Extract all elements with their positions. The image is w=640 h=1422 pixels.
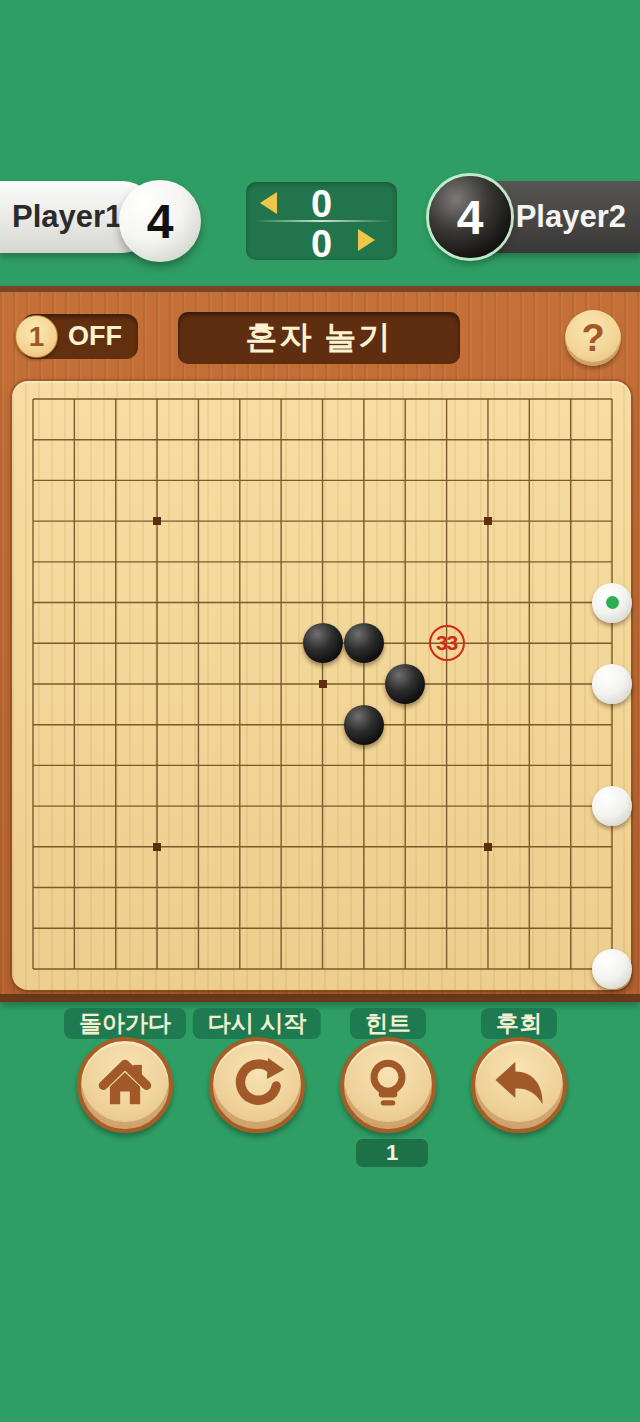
star-point (484, 517, 492, 525)
wood-panel: 1 OFF 혼자 놀기 ? 33 (0, 286, 640, 1002)
hint-count-badge: 1 (356, 1139, 428, 1167)
question-mark-icon: ? (581, 317, 604, 360)
player2-count: 4 (457, 190, 484, 245)
restart-button-label: 다시 시작 (193, 1008, 321, 1039)
gomoku-board[interactable]: 33 (12, 381, 631, 990)
undo-button-label: 후회 (481, 1008, 557, 1039)
home-button-label: 돌아가다 (64, 1008, 186, 1039)
hint-button-label: 힌트 (350, 1008, 426, 1039)
star-point (319, 680, 327, 688)
undo-button[interactable] (471, 1037, 567, 1133)
help-button[interactable]: ? (565, 310, 621, 366)
undo-icon (490, 1054, 548, 1116)
black-stone (344, 623, 384, 663)
handicap-number-coin[interactable]: 1 (15, 315, 58, 358)
score-right-arrow-icon[interactable] (358, 229, 375, 251)
player2-stone-counter: 4 (429, 176, 511, 258)
white-stone (592, 949, 632, 989)
mode-title: 혼자 놀기 (246, 316, 393, 360)
restart-icon (229, 1055, 285, 1115)
player1-stone-counter: 4 (119, 180, 201, 262)
hint-bulb-icon (360, 1055, 416, 1115)
black-stone (344, 705, 384, 745)
home-button[interactable] (77, 1037, 173, 1133)
restart-button[interactable] (209, 1037, 305, 1133)
star-point (153, 843, 161, 851)
player1-name: Player1 (12, 199, 122, 235)
star-point (153, 517, 161, 525)
player1-count: 4 (147, 194, 174, 249)
app-screen: Player1 Player2 4 4 0 0 1 OFF 혼자 놀기 ? 33… (0, 0, 640, 1422)
black-stone (303, 623, 343, 663)
score-divider (253, 220, 390, 222)
white-stone (592, 786, 632, 826)
handicap-state-label: OFF (68, 321, 122, 352)
black-stone (385, 664, 425, 704)
hint-button[interactable] (340, 1037, 436, 1133)
player2-name: Player2 (516, 199, 626, 235)
score-top: 0 (246, 185, 397, 223)
star-point (484, 843, 492, 851)
forbidden-33-marker: 33 (429, 625, 465, 661)
score-panel: 0 0 (246, 182, 397, 260)
mode-title-plate: 혼자 놀기 (178, 312, 460, 364)
white-stone (592, 583, 632, 623)
home-icon (96, 1054, 154, 1116)
white-stone (592, 664, 632, 704)
last-move-dot (606, 596, 619, 609)
handicap-toggle-button[interactable]: 1 OFF (22, 314, 138, 359)
